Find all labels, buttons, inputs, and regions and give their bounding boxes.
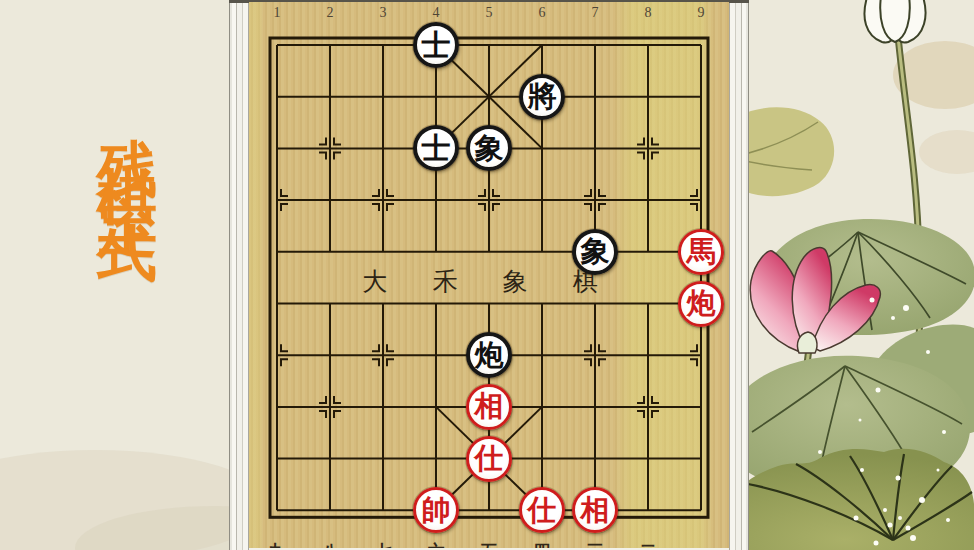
black-elephant[interactable]: 象: [572, 229, 618, 275]
file-number-top: 9: [691, 5, 711, 21]
file-number-top: 8: [638, 5, 658, 21]
lotus-bud: [864, 0, 925, 43]
cloud: [919, 130, 974, 174]
river-text: 禾: [425, 265, 465, 298]
file-number-bottom: 八: [319, 540, 341, 548]
file-number-bottom: 五: [478, 540, 500, 548]
file-number-top: 1: [267, 5, 287, 21]
red-general[interactable]: 帥: [413, 487, 459, 533]
file-number-bottom: 四: [531, 540, 553, 548]
file-number-top: 5: [479, 5, 499, 21]
red-cannon[interactable]: 炮: [678, 281, 724, 327]
black-advisor[interactable]: 士: [413, 22, 459, 68]
red-elephant[interactable]: 相: [572, 487, 618, 533]
video-frame: { "game": "xiangqi", "title": { "text": …: [0, 0, 974, 550]
file-number-top: 6: [532, 5, 552, 21]
file-number-bottom: 七: [372, 540, 394, 548]
file-number-top: 4: [426, 5, 446, 21]
file-number-top: 7: [585, 5, 605, 21]
red-horse[interactable]: 馬: [678, 229, 724, 275]
red-advisor[interactable]: 仕: [519, 487, 565, 533]
red-advisor[interactable]: 仕: [466, 436, 512, 482]
black-cannon[interactable]: 炮: [466, 332, 512, 378]
red-elephant[interactable]: 相: [466, 384, 512, 430]
file-number-top: 2: [320, 5, 340, 21]
black-general[interactable]: 將: [519, 74, 565, 120]
frame-edge-left: [229, 0, 249, 550]
xiangqi-board[interactable]: 123456789九八七六五四三二一大禾象棋士將士象象馬炮炮相仕帥仕相: [249, 2, 729, 548]
file-number-top: 3: [373, 5, 393, 21]
file-number-bottom: 二: [637, 540, 659, 548]
river-text: 象: [495, 265, 535, 298]
page-title: 残棋定式: [86, 90, 167, 202]
river-text: 大: [355, 265, 395, 298]
file-number-bottom: 一: [690, 540, 712, 548]
frame-edge-right: [729, 0, 749, 550]
board-frame: 123456789九八七六五四三二一大禾象棋士將士象象馬炮炮相仕帥仕相: [229, 0, 749, 550]
file-number-bottom: 三: [584, 540, 606, 548]
file-number-bottom: 九: [266, 540, 288, 548]
file-number-bottom: 六: [425, 540, 447, 548]
